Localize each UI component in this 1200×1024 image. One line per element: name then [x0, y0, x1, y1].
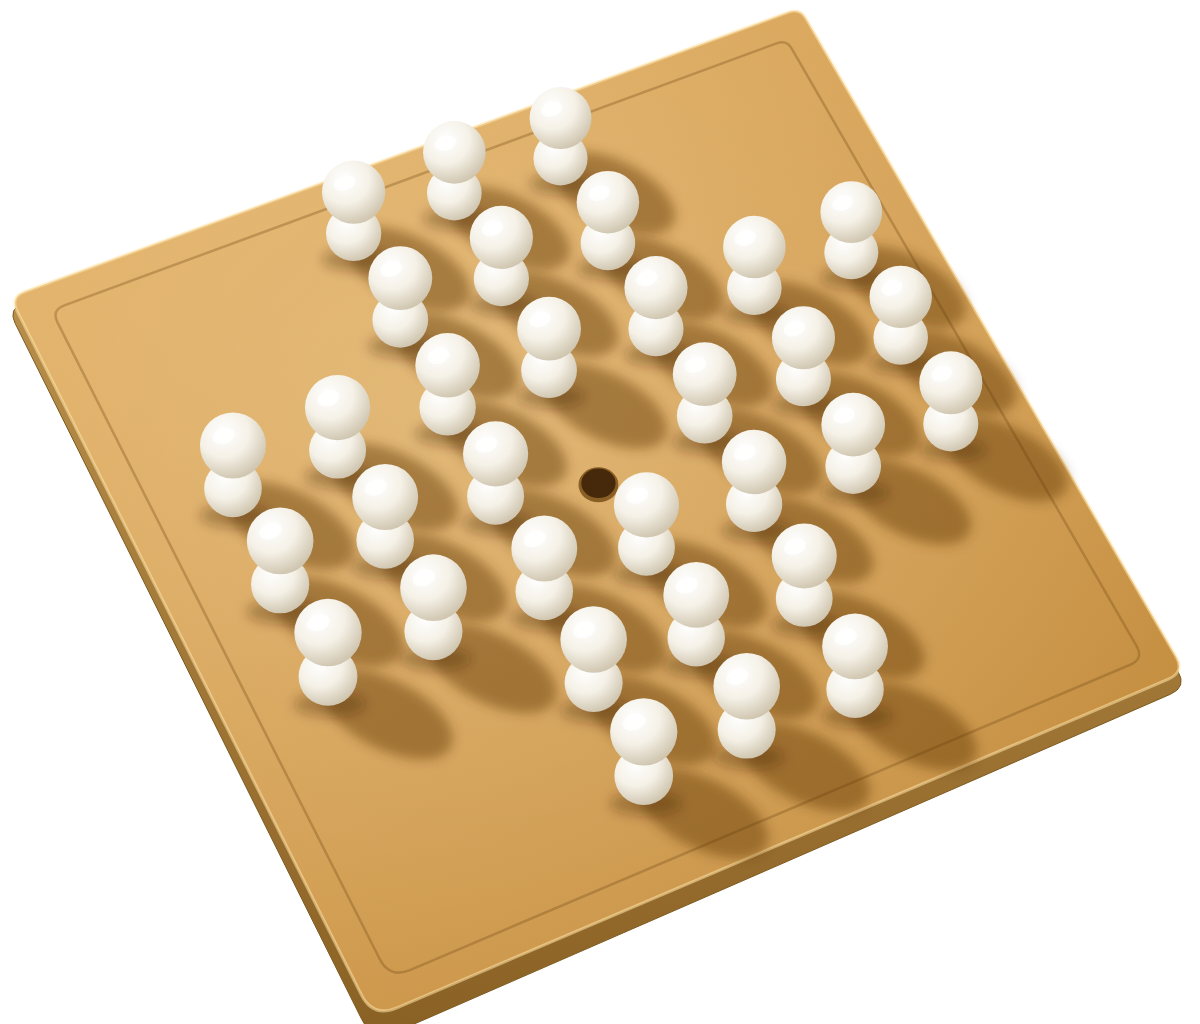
peg-r3c7[interactable] — [200, 412, 266, 517]
peg-r2c4[interactable] — [470, 206, 533, 306]
peg-r6c5[interactable] — [560, 606, 627, 712]
peg-r4c3[interactable] — [673, 342, 737, 443]
peg-r3c2[interactable] — [723, 216, 786, 315]
peg-head — [772, 306, 835, 369]
peg-head — [530, 87, 592, 149]
peg-r2c5[interactable] — [368, 246, 432, 347]
peg-head — [517, 297, 581, 361]
peg-head — [822, 613, 888, 679]
peg-head — [415, 333, 480, 398]
peg-head — [511, 516, 577, 582]
peg-head — [614, 472, 679, 537]
peg-r5c7[interactable] — [294, 599, 361, 706]
peg-head — [610, 698, 677, 765]
peg-head — [663, 562, 729, 628]
peg-head — [820, 181, 882, 243]
peg-head — [322, 161, 385, 224]
peg-solitaire-scene — [0, 0, 1200, 1024]
peg-r5c6[interactable] — [400, 554, 467, 660]
peg-head — [821, 393, 885, 457]
peg-r1c4[interactable] — [423, 121, 486, 220]
peg-r7c3[interactable] — [822, 613, 888, 717]
peg-r5c3[interactable] — [722, 430, 786, 532]
peg-r3c4[interactable] — [517, 297, 581, 398]
peg-head — [470, 206, 533, 269]
peg-head — [919, 351, 982, 414]
peg-head — [463, 421, 528, 486]
peg-head — [722, 430, 786, 494]
peg-r2c3[interactable] — [577, 171, 640, 270]
peg-r7c4[interactable] — [713, 653, 780, 759]
peg-r4c7[interactable] — [247, 507, 314, 613]
peg-head — [713, 653, 780, 720]
peg-r6c4[interactable] — [663, 562, 729, 667]
peg-head — [352, 464, 418, 530]
peg-r3c1[interactable] — [820, 181, 882, 279]
peg-head — [869, 266, 931, 328]
peg-r7c5[interactable] — [610, 698, 677, 805]
empty-center-hole[interactable] — [581, 469, 615, 499]
peg-r5c1[interactable] — [919, 351, 982, 451]
peg-r1c3[interactable] — [530, 87, 592, 185]
peg-solitaire-photo — [0, 0, 1200, 1024]
peg-head — [400, 554, 467, 621]
peg-head — [673, 342, 737, 406]
peg-head — [247, 507, 314, 574]
peg-r4c1[interactable] — [869, 266, 931, 365]
peg-r6c3[interactable] — [772, 523, 837, 626]
peg-r4c6[interactable] — [352, 464, 418, 569]
peg-r1c5[interactable] — [322, 161, 385, 261]
peg-head — [294, 599, 361, 666]
peg-head — [723, 216, 786, 279]
peg-r5c4[interactable] — [614, 472, 679, 575]
peg-head — [624, 256, 687, 319]
peg-head — [560, 606, 627, 673]
peg-r3c3[interactable] — [624, 256, 687, 356]
peg-head — [577, 171, 640, 234]
peg-head — [423, 121, 486, 184]
peg-r3c6[interactable] — [305, 375, 370, 479]
peg-head — [200, 412, 266, 478]
peg-r4c2[interactable] — [772, 306, 835, 406]
peg-r3c5[interactable] — [415, 333, 480, 436]
peg-head — [368, 246, 432, 310]
peg-r5c5[interactable] — [511, 516, 577, 621]
peg-head — [772, 523, 837, 588]
peg-head — [305, 375, 370, 440]
peg-r5c2[interactable] — [821, 393, 885, 494]
peg-r4c5[interactable] — [463, 421, 528, 525]
